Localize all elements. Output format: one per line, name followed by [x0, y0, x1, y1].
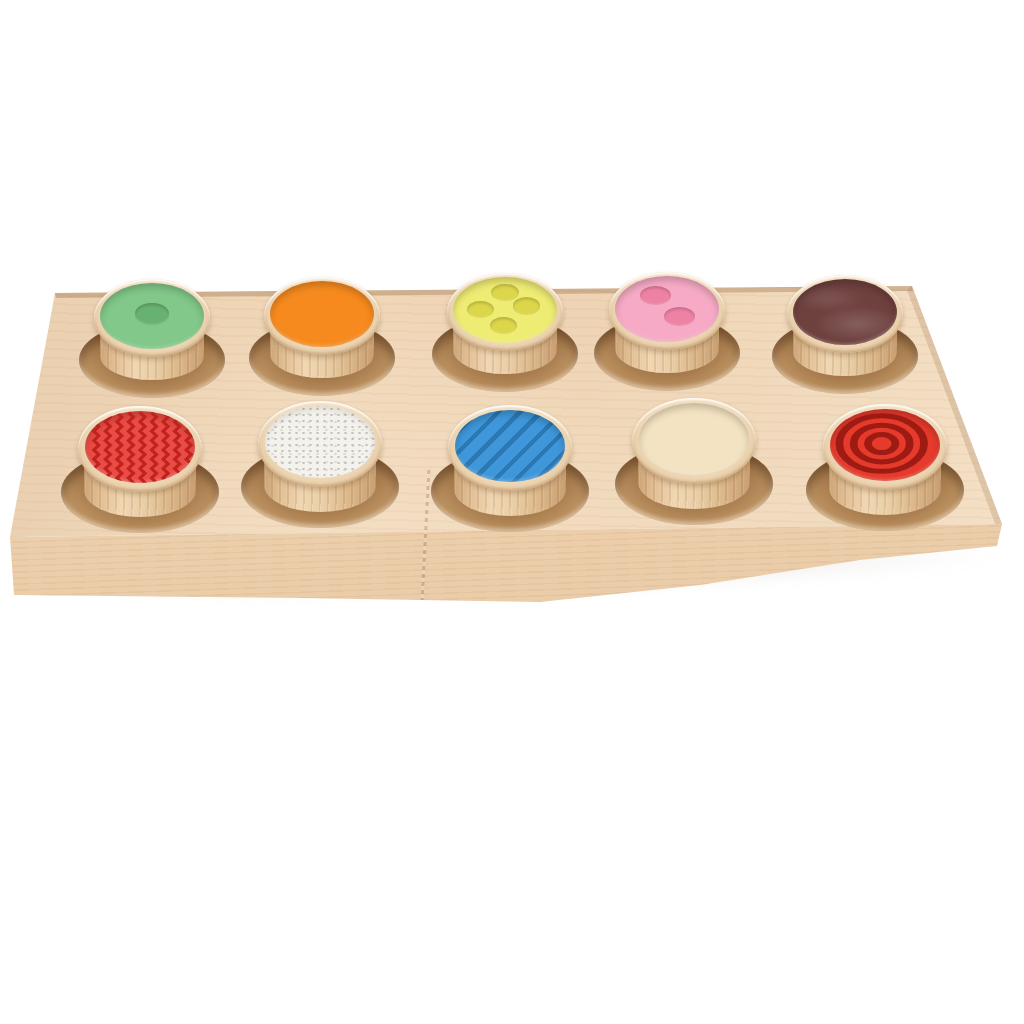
cylinder-top-rim [258, 401, 382, 487]
texture-dot [640, 286, 670, 305]
texture-face-yellow-dimples [453, 277, 557, 343]
texture-face-red-zigzag [85, 411, 195, 483]
texture-dot [664, 307, 694, 326]
texture-dot [135, 303, 168, 324]
cylinder-pieces-layer [0, 0, 1024, 1024]
texture-face-cream-smooth [639, 403, 749, 475]
cylinder-top-rim [447, 273, 563, 351]
texture-face-blue-ridges [455, 410, 565, 482]
texture-pattern-svg [830, 409, 940, 481]
texture-dot [491, 284, 518, 301]
cylinder-top-rim [787, 275, 903, 353]
texture-face-brown-smooth [793, 279, 897, 345]
cylinder-top-rim [94, 279, 210, 357]
cylinder-top-rim [609, 272, 725, 350]
texture-face-orange-solid [270, 281, 374, 347]
cylinder-top-rim [632, 398, 756, 484]
texture-face-red-rings [830, 409, 940, 481]
texture-dot [467, 301, 494, 318]
texture-pattern-svg [85, 411, 195, 483]
texture-dot [513, 297, 540, 314]
texture-dot [490, 317, 517, 334]
texture-face-green-center-dot [100, 283, 204, 349]
texture-face-pink-two-dots [615, 276, 719, 342]
product-photo-scene [0, 0, 1024, 1024]
cylinder-top-rim [823, 404, 947, 490]
cylinder-top-rim [264, 277, 380, 355]
cylinder-top-rim [78, 406, 202, 492]
texture-face-white-fleece [265, 406, 375, 478]
cylinder-top-rim [448, 405, 572, 491]
